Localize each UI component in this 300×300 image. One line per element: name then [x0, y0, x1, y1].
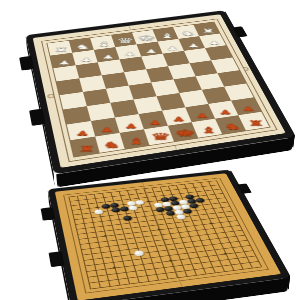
chess-piece-red-R: ♜ [243, 120, 269, 127]
go-stone-white [134, 250, 145, 256]
chess-square [87, 103, 115, 121]
chess-magnet-dot [241, 67, 250, 72]
chess-piece-red-P: ♟ [167, 116, 192, 122]
chess-latch-tab [29, 108, 46, 126]
go-stone-black [122, 215, 132, 221]
go-star-point [96, 206, 99, 208]
chess-piece-red-P: ♟ [213, 109, 238, 115]
chess-square: ♟ [185, 104, 215, 122]
chess-square: ♟ [162, 107, 192, 125]
chess-piece-white-N: ♞ [177, 30, 199, 36]
go-star-point [104, 235, 107, 237]
go-star-point [224, 253, 228, 255]
chess-piece-white-P: ♟ [203, 41, 225, 46]
chess-grid: ♜♞♝♛♚♝♞♜♟♟♟♟♟♟♟♟♟♟♟♟♟♟♟♟♜♞♝♛♚♝♞♜ [46, 22, 270, 158]
chess-piece-white-B: ♝ [156, 33, 178, 39]
chess-square: ♝ [192, 119, 223, 138]
go-star-point [209, 222, 213, 224]
chess-piece-red-P: ♟ [94, 127, 119, 133]
chess-piece-red-N: ♞ [220, 123, 246, 131]
chess-square: ♟ [208, 101, 238, 119]
chess-square [83, 89, 110, 106]
chess-square: ♚ [168, 122, 198, 141]
go-latch-tab [41, 207, 56, 221]
chess-piece-white-Q: ♛ [114, 37, 136, 44]
chess-piece-red-P: ♟ [70, 130, 95, 136]
chess-square [179, 90, 208, 107]
chess-piece-white-P: ♟ [183, 43, 205, 48]
chess-square: ♞ [215, 115, 246, 134]
chess-square [224, 83, 253, 100]
chess-square [217, 70, 246, 86]
chess-piece-white-B: ♝ [93, 41, 115, 47]
go-stone-black [189, 203, 199, 208]
chess-piece-red-K: ♚ [172, 128, 197, 137]
chess-piece-red-P: ♟ [119, 123, 144, 129]
chess-piece-white-P: ♟ [140, 49, 162, 54]
go-star-point [157, 229, 161, 231]
chess-latch-tab [19, 56, 34, 71]
chess-square: ♟ [67, 121, 95, 140]
chess-square [63, 106, 91, 124]
go-stone-white [176, 214, 187, 220]
chess-piece-red-P: ♟ [143, 120, 168, 126]
chess-piece-red-P: ♟ [190, 113, 215, 119]
chess-square [110, 100, 138, 118]
go-star-point [113, 267, 117, 269]
go-star-point [147, 201, 150, 203]
chess-square [157, 93, 186, 111]
chess-square [129, 82, 157, 99]
chess-piece-white-K: ♚ [136, 35, 158, 42]
go-stone-white [128, 205, 138, 211]
go-board-frame [48, 169, 291, 300]
chess-magnet-dot [47, 93, 55, 98]
go-stone-white [94, 209, 104, 215]
chess-piece-red-Q: ♛ [148, 132, 173, 141]
chess-square: ♟ [231, 97, 261, 115]
chess-square [202, 87, 231, 104]
chess-piece-white-R: ♜ [197, 28, 219, 34]
chess-square: ♜ [238, 112, 269, 131]
chess-square: ♟ [91, 118, 120, 137]
chess-square: ♟ [139, 111, 168, 130]
go-star-point [169, 260, 173, 262]
go-stone-black [182, 208, 193, 214]
go-star-point [196, 195, 199, 197]
chess-square [60, 92, 87, 110]
go-board-tilt [48, 169, 291, 300]
chess-piece-white-P: ♟ [162, 46, 184, 51]
chess-square [134, 96, 163, 114]
go-stone-white [135, 200, 145, 205]
chess-piece-red-B: ♝ [196, 126, 221, 134]
go-grid [68, 180, 262, 289]
chess-piece-white-P: ♟ [75, 57, 98, 62]
chess-piece-white-N: ♞ [71, 44, 93, 50]
chess-piece-white-P: ♟ [97, 55, 119, 60]
go-stone-black [195, 198, 205, 203]
go-latch-tab [49, 251, 65, 267]
chess-piece-red-P: ♟ [236, 106, 261, 112]
chess-square [106, 86, 134, 103]
chess-square: ♟ [115, 114, 144, 133]
chess-piece-white-R: ♜ [50, 47, 73, 53]
go-product-photo[interactable] [22, 142, 298, 300]
chess-piece-white-P: ♟ [53, 60, 76, 65]
chess-piece-white-P: ♟ [119, 52, 141, 57]
